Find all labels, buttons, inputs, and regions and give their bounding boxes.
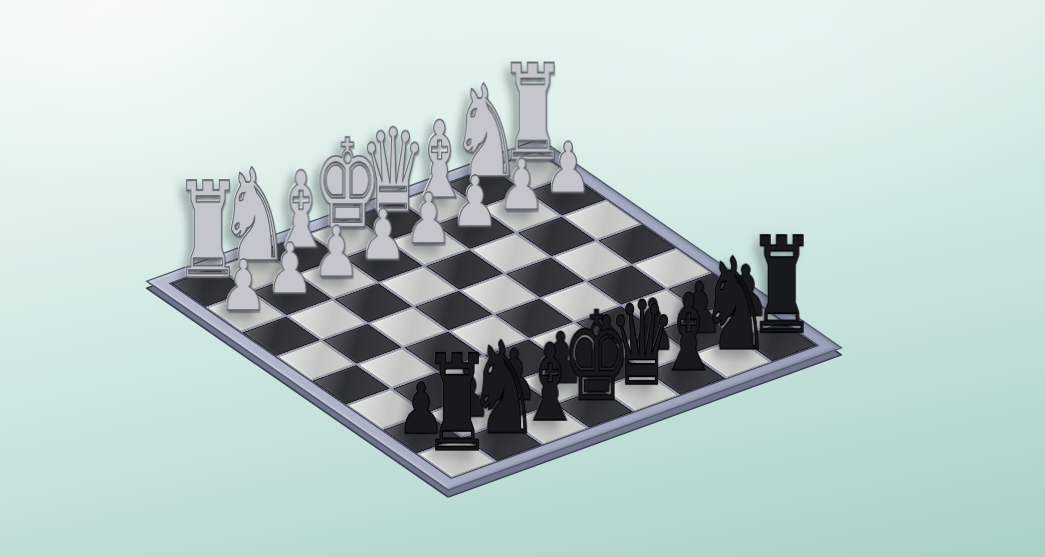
board-squares-grid [168,150,819,479]
chess-board[interactable] [145,138,843,491]
render-viewport: ♜♞♝♚♛♝♞♜♟♟♟♟♟♟♟♟♟♟♟♟♟♟♟♟♜♞♝♚♛♝♞♜ [0,0,1045,557]
